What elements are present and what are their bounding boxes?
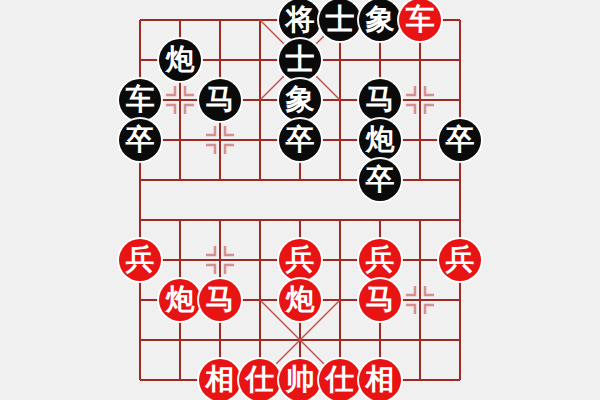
- piece-black-象[interactable]: 象: [279, 79, 321, 121]
- piece-glyph: 卒: [366, 165, 395, 194]
- piece-glyph: 车: [406, 5, 435, 34]
- board-point-h9: 车: [400, 0, 440, 40]
- piece-red-兵[interactable]: 兵: [279, 239, 321, 281]
- piece-glyph: 炮: [166, 45, 195, 74]
- board-point-e7: 象: [280, 80, 320, 120]
- board-point-b2: 炮: [160, 280, 200, 320]
- piece-glyph: 象: [366, 5, 395, 34]
- board-point-d0: 仕: [240, 360, 280, 400]
- board-point-g0: 相: [360, 360, 400, 400]
- piece-glyph: 仕: [246, 365, 275, 394]
- piece-red-仕[interactable]: 仕: [239, 359, 281, 400]
- board-point-e3: 兵: [280, 240, 320, 280]
- piece-glyph: 仕: [326, 365, 355, 394]
- piece-black-炮[interactable]: 炮: [359, 119, 401, 161]
- piece-red-兵[interactable]: 兵: [119, 239, 161, 281]
- board-point-g3: 兵: [360, 240, 400, 280]
- piece-red-马[interactable]: 马: [359, 279, 401, 321]
- piece-glyph: 士: [286, 45, 315, 74]
- piece-glyph: 士: [326, 5, 355, 34]
- piece-glyph: 相: [206, 365, 235, 394]
- piece-glyph: 马: [206, 285, 235, 314]
- piece-glyph: 将: [286, 5, 315, 34]
- board-point-g2: 马: [360, 280, 400, 320]
- piece-glyph: 兵: [126, 245, 155, 274]
- piece-red-相[interactable]: 相: [199, 359, 241, 400]
- piece-red-炮[interactable]: 炮: [279, 279, 321, 321]
- piece-black-马[interactable]: 马: [359, 79, 401, 121]
- board-point-c0: 相: [200, 360, 240, 400]
- piece-glyph: 马: [366, 285, 395, 314]
- piece-glyph: 卒: [126, 125, 155, 154]
- piece-glyph: 炮: [366, 125, 395, 154]
- piece-glyph: 卒: [446, 125, 475, 154]
- piece-glyph: 马: [366, 85, 395, 114]
- piece-black-将[interactable]: 将: [279, 0, 321, 41]
- piece-black-炮[interactable]: 炮: [159, 39, 201, 81]
- piece-glyph: 炮: [166, 285, 195, 314]
- xiangqi-board[interactable]: 将士象车炮士车马象马卒卒炮卒卒兵兵兵兵炮马炮马相仕帅仕相: [120, 0, 480, 400]
- board-point-a6: 卒: [120, 120, 160, 160]
- piece-glyph: 兵: [286, 245, 315, 274]
- piece-glyph: 车: [126, 85, 155, 114]
- piece-glyph: 马: [206, 85, 235, 114]
- piece-glyph: 炮: [286, 285, 315, 314]
- board-point-g6: 炮: [360, 120, 400, 160]
- board-point-a3: 兵: [120, 240, 160, 280]
- piece-black-卒[interactable]: 卒: [119, 119, 161, 161]
- piece-red-帅[interactable]: 帅: [279, 359, 321, 400]
- board-point-e9: 将: [280, 0, 320, 40]
- piece-black-马[interactable]: 马: [199, 79, 241, 121]
- piece-red-炮[interactable]: 炮: [159, 279, 201, 321]
- board-point-a7: 车: [120, 80, 160, 120]
- board-point-g7: 马: [360, 80, 400, 120]
- board-point-f9: 士: [320, 0, 360, 40]
- piece-glyph: 相: [366, 365, 395, 394]
- piece-red-兵[interactable]: 兵: [439, 239, 481, 281]
- board-point-e2: 炮: [280, 280, 320, 320]
- board-point-i3: 兵: [440, 240, 480, 280]
- piece-red-马[interactable]: 马: [199, 279, 241, 321]
- board-point-e6: 卒: [280, 120, 320, 160]
- board-point-e0: 帅: [280, 360, 320, 400]
- board-point-g5: 卒: [360, 160, 400, 200]
- board-point-e8: 士: [280, 40, 320, 80]
- piece-black-士[interactable]: 士: [279, 39, 321, 81]
- piece-red-仕[interactable]: 仕: [319, 359, 361, 400]
- piece-black-卒[interactable]: 卒: [359, 159, 401, 201]
- piece-black-卒[interactable]: 卒: [279, 119, 321, 161]
- piece-glyph: 兵: [446, 245, 475, 274]
- piece-glyph: 帅: [286, 365, 315, 394]
- piece-red-相[interactable]: 相: [359, 359, 401, 400]
- piece-red-兵[interactable]: 兵: [359, 239, 401, 281]
- board-point-c7: 马: [200, 80, 240, 120]
- piece-black-车[interactable]: 车: [119, 79, 161, 121]
- piece-glyph: 卒: [286, 125, 315, 154]
- piece-glyph: 兵: [366, 245, 395, 274]
- board-point-i6: 卒: [440, 120, 480, 160]
- piece-glyph: 象: [286, 85, 315, 114]
- board-point-f0: 仕: [320, 360, 360, 400]
- piece-red-车[interactable]: 车: [399, 0, 441, 41]
- board-point-b8: 炮: [160, 40, 200, 80]
- board-point-c2: 马: [200, 280, 240, 320]
- piece-black-士[interactable]: 士: [319, 0, 361, 41]
- xiangqi-app: 将士象车炮士车马象马卒卒炮卒卒兵兵兵兵炮马炮马相仕帅仕相: [0, 0, 600, 400]
- piece-black-卒[interactable]: 卒: [439, 119, 481, 161]
- board-point-g9: 象: [360, 0, 400, 40]
- piece-black-象[interactable]: 象: [359, 0, 401, 41]
